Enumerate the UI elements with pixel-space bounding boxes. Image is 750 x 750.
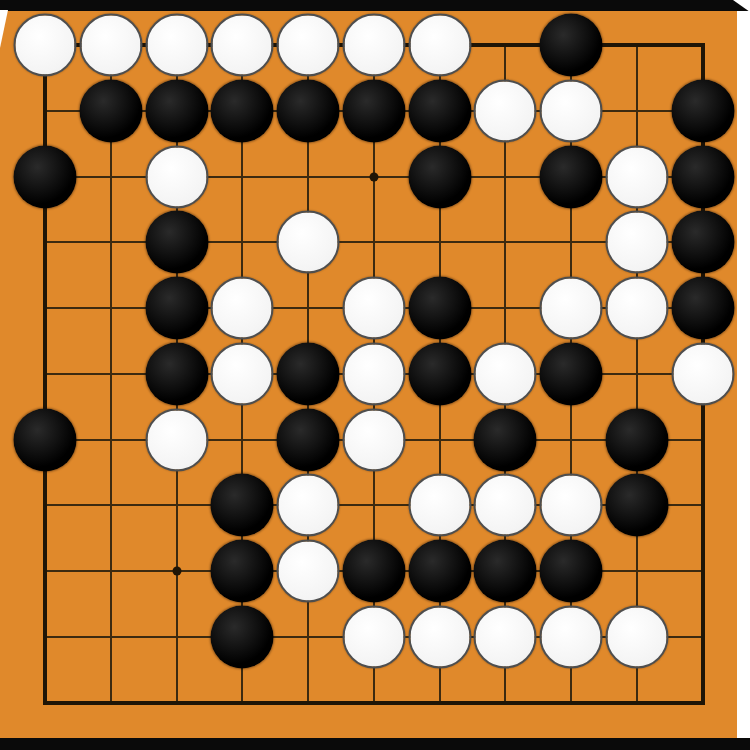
white-stone[interactable]: [540, 79, 603, 142]
white-stone[interactable]: [671, 342, 734, 405]
star-point: [172, 567, 181, 576]
black-stone[interactable]: [145, 342, 208, 405]
white-stone[interactable]: [342, 408, 405, 471]
black-stone[interactable]: [605, 474, 668, 537]
white-stone[interactable]: [605, 145, 668, 208]
black-stone[interactable]: [408, 145, 471, 208]
black-stone[interactable]: [474, 540, 537, 603]
black-stone[interactable]: [14, 408, 77, 471]
black-stone[interactable]: [605, 408, 668, 471]
white-stone[interactable]: [145, 145, 208, 208]
black-stone[interactable]: [671, 277, 734, 340]
black-stone[interactable]: [211, 540, 274, 603]
black-stone[interactable]: [474, 408, 537, 471]
black-stone[interactable]: [540, 145, 603, 208]
top-left-corner-wedge: [0, 10, 8, 48]
white-stone[interactable]: [605, 277, 668, 340]
black-stone[interactable]: [277, 342, 340, 405]
black-stone[interactable]: [540, 342, 603, 405]
black-stone[interactable]: [145, 277, 208, 340]
white-stone[interactable]: [408, 14, 471, 77]
white-stone[interactable]: [474, 474, 537, 537]
black-stone[interactable]: [408, 540, 471, 603]
white-stone[interactable]: [342, 605, 405, 668]
black-stone[interactable]: [671, 211, 734, 274]
black-stone[interactable]: [540, 540, 603, 603]
white-stone[interactable]: [540, 474, 603, 537]
black-stone[interactable]: [342, 79, 405, 142]
white-stone[interactable]: [211, 14, 274, 77]
white-stone[interactable]: [474, 605, 537, 668]
white-stone[interactable]: [277, 211, 340, 274]
white-stone[interactable]: [605, 605, 668, 668]
white-stone[interactable]: [79, 14, 142, 77]
white-stone[interactable]: [342, 14, 405, 77]
white-stone[interactable]: [277, 540, 340, 603]
black-stone[interactable]: [408, 79, 471, 142]
white-stone[interactable]: [540, 277, 603, 340]
black-stone[interactable]: [277, 408, 340, 471]
black-stone[interactable]: [671, 79, 734, 142]
white-stone[interactable]: [474, 342, 537, 405]
go-board[interactable]: [0, 0, 750, 750]
white-stone[interactable]: [277, 14, 340, 77]
white-stone[interactable]: [211, 277, 274, 340]
white-stone[interactable]: [408, 605, 471, 668]
white-stone[interactable]: [408, 474, 471, 537]
white-stone[interactable]: [211, 342, 274, 405]
top-right-corner-wedge: [733, 0, 750, 12]
black-stone[interactable]: [671, 145, 734, 208]
white-stone[interactable]: [277, 474, 340, 537]
black-stone[interactable]: [342, 540, 405, 603]
star-point: [369, 172, 378, 181]
black-stone[interactable]: [540, 14, 603, 77]
white-stone[interactable]: [145, 14, 208, 77]
white-stone[interactable]: [342, 342, 405, 405]
black-stone[interactable]: [79, 79, 142, 142]
white-stone[interactable]: [14, 14, 77, 77]
black-stone[interactable]: [277, 79, 340, 142]
black-stone[interactable]: [211, 79, 274, 142]
bottom-black-bar: [0, 738, 750, 750]
black-stone[interactable]: [408, 342, 471, 405]
white-stone[interactable]: [474, 79, 537, 142]
black-stone[interactable]: [211, 474, 274, 537]
right-margin-strip: [737, 11, 750, 738]
black-stone[interactable]: [408, 277, 471, 340]
white-stone[interactable]: [342, 277, 405, 340]
black-stone[interactable]: [211, 605, 274, 668]
white-stone[interactable]: [540, 605, 603, 668]
black-stone[interactable]: [145, 79, 208, 142]
top-black-bar: [0, 0, 750, 11]
black-stone[interactable]: [14, 145, 77, 208]
white-stone[interactable]: [145, 408, 208, 471]
white-stone[interactable]: [605, 211, 668, 274]
page: [0, 0, 750, 750]
black-stone[interactable]: [145, 211, 208, 274]
